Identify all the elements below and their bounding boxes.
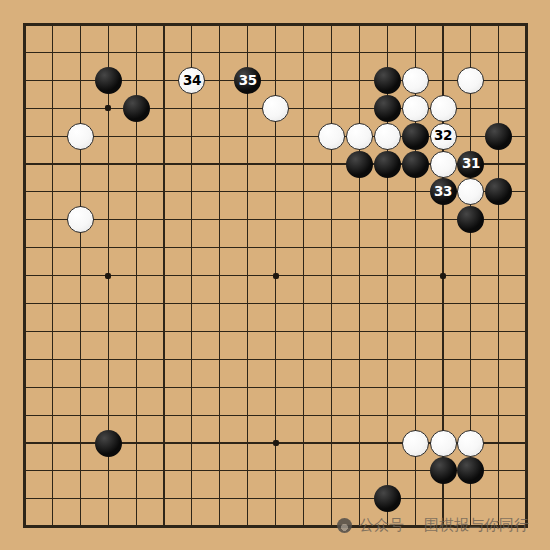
black-stone: 35 — [234, 67, 261, 94]
white-stone: 34 — [178, 67, 205, 94]
black-stone — [346, 151, 373, 178]
black-stone — [402, 151, 429, 178]
move-number-label: 32 — [434, 129, 452, 143]
black-stone — [457, 206, 484, 233]
go-board: 3531333432 — [0, 0, 550, 550]
star-point — [273, 273, 279, 279]
grid-line-horizontal — [23, 498, 528, 499]
star-point — [105, 273, 111, 279]
white-stone — [67, 123, 94, 150]
white-stone — [318, 123, 345, 150]
go-diagram: 3531333432 公众号 围棋报与你同行 — [0, 0, 550, 550]
grid-line-horizontal — [23, 387, 528, 388]
white-stone — [430, 151, 457, 178]
star-point — [105, 105, 111, 111]
black-stone — [402, 123, 429, 150]
white-stone — [430, 430, 457, 457]
grid-line-vertical — [498, 23, 499, 528]
grid-line-horizontal — [23, 331, 528, 332]
white-stone — [457, 178, 484, 205]
grid-line-vertical — [303, 23, 304, 528]
move-number-label: 34 — [183, 73, 201, 87]
grid-line-vertical — [331, 23, 332, 528]
star-point — [440, 273, 446, 279]
watermark-account-name: 围棋报与你同行 — [424, 516, 529, 535]
black-stone — [457, 457, 484, 484]
black-stone — [485, 123, 512, 150]
black-stone — [374, 95, 401, 122]
black-stone — [95, 430, 122, 457]
black-stone: 31 — [457, 151, 484, 178]
black-stone — [374, 151, 401, 178]
black-stone — [123, 95, 150, 122]
watermark: 公众号 围棋报与你同行 — [337, 515, 529, 535]
white-stone — [262, 95, 289, 122]
white-stone — [374, 123, 401, 150]
star-point — [273, 440, 279, 446]
white-stone — [457, 67, 484, 94]
white-stone — [430, 95, 457, 122]
white-stone — [402, 67, 429, 94]
black-stone — [430, 457, 457, 484]
move-number-label: 33 — [434, 185, 452, 199]
grid-line-vertical — [359, 23, 360, 528]
grid-line-horizontal — [23, 415, 528, 416]
grid-line-horizontal — [23, 303, 528, 304]
wechat-watermark-logo-icon — [337, 518, 352, 533]
watermark-platform-label: 公众号 — [359, 516, 404, 535]
grid-line-horizontal — [23, 359, 528, 360]
white-stone — [457, 430, 484, 457]
black-stone — [374, 67, 401, 94]
black-stone — [374, 485, 401, 512]
white-stone — [67, 206, 94, 233]
grid-line-vertical — [525, 23, 528, 528]
white-stone — [402, 430, 429, 457]
black-stone — [95, 67, 122, 94]
move-number-label: 35 — [239, 73, 257, 87]
white-stone — [346, 123, 373, 150]
black-stone — [485, 178, 512, 205]
white-stone: 32 — [430, 123, 457, 150]
white-stone — [402, 95, 429, 122]
move-number-label: 31 — [462, 157, 480, 171]
black-stone: 33 — [430, 178, 457, 205]
